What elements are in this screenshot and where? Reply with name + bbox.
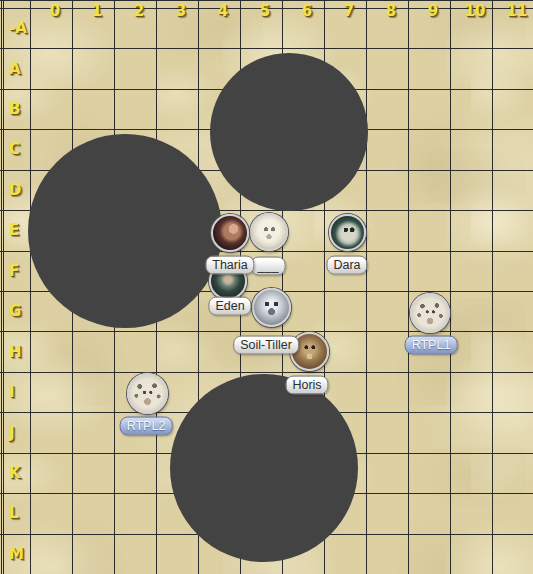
obstacle-circle-1[interactable] [210,53,368,211]
row-label-B: B [4,89,30,129]
row-label-J: J [4,412,30,452]
token-label-horis: Horis [285,376,328,395]
col-label-4: 4 [198,2,240,20]
row-label-L: L [4,493,30,533]
row-label-A: A [4,48,30,88]
token-dara[interactable] [329,214,366,251]
token-label-soiltiller: Soil-Tiller [233,336,299,355]
col-label-8: 8 [366,2,408,20]
token-label-rtpl2: RTPL2 [120,417,173,436]
row-label-F: F [4,251,30,291]
col-label-1: 1 [72,2,114,20]
row-label-G: G [4,291,30,331]
col-label-5: 5 [240,2,282,20]
row-label-D: D [4,170,30,210]
token-rtpl2[interactable] [127,373,168,414]
obstacle-circle-2[interactable] [28,134,222,328]
token-label-mask: ___ [251,257,286,276]
col-label-7: 7 [324,2,366,20]
row-label-E: E [4,210,30,250]
col-label-0: 0 [30,2,72,20]
token-mask[interactable] [250,213,288,251]
token-soiltiller[interactable] [252,288,291,327]
token-label-rtpl1: RTPL1 [405,336,458,355]
col-label-2: 2 [114,2,156,20]
col-label-9: 9 [408,2,450,20]
token-label-dara: Dara [326,256,367,275]
col-label-10: 10 [450,2,492,20]
row-label-I: I [4,372,30,412]
row-label-C: C [4,129,30,169]
row-label-K: K [4,453,30,493]
col-label-6: 6 [282,2,324,20]
token-label-eden: Eden [208,297,251,316]
obstacle-circle-3[interactable] [170,374,358,562]
token-tharia[interactable] [211,214,249,252]
battle-map[interactable]: 01234567891011-AABCDEFGHIJKLM ___ThariaD… [0,0,533,574]
row-label-M: M [4,534,30,574]
col-label-3: 3 [156,2,198,20]
col-label-11: 11 [492,2,533,20]
token-label-tharia: Tharia [205,256,254,275]
row-label--A: -A [4,8,30,48]
token-rtpl1[interactable] [410,293,450,333]
row-label-H: H [4,331,30,371]
